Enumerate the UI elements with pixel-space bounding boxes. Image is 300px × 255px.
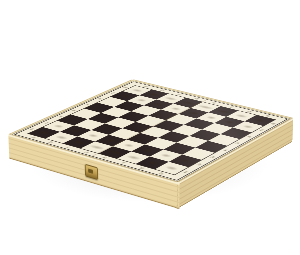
pawn-glyph-icon: ♟ [133,76,149,101]
brass-clasp-icon [85,164,98,181]
pawn-glyph-icon: ♟ [203,92,220,118]
pawn-glyph-icon: ♟ [239,101,256,127]
pawn-glyph-icon: ♟ [221,96,238,122]
product-photo-canvas: aabbccddeeffgghh8877665544332211 ♜♞♝♛♚♝♞… [0,0,300,255]
pawn-glyph-icon: ♟ [185,88,202,113]
pawn-glyph-icon: ♟ [117,72,133,97]
rook-glyph-icon: ♜ [161,135,183,168]
pawn-glyph-icon: ♟ [168,84,185,109]
pawn-glyph-icon: ♟ [150,80,167,105]
